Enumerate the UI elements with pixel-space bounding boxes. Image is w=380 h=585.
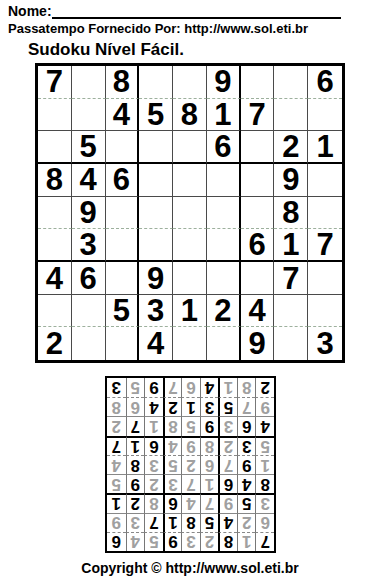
puzzle-cell-r2c9	[308, 99, 342, 132]
solution-cell-r1c3: 8	[218, 532, 237, 551]
solution-cell-r2c2: 2	[237, 513, 256, 532]
puzzle-cell-r8c4: 3	[139, 295, 173, 328]
solution-cell-r1c6: 9	[163, 532, 182, 551]
puzzle-cell-r1c5	[173, 66, 207, 99]
solution-cell-r5c3: 7	[218, 455, 237, 474]
solution-cell-r3c7: 8	[144, 493, 163, 512]
solution-cell-r1c5: 3	[181, 532, 200, 551]
solution-cell-r3c8: 2	[126, 493, 145, 512]
solution-cell-r8c5: 1	[181, 397, 200, 416]
worksheet-page: Nome: Passatempo Fornecido Por: http://w…	[0, 0, 380, 585]
puzzle-cell-r7c8: 7	[274, 262, 308, 295]
solution-cell-r2c1: 6	[255, 513, 274, 532]
puzzle-cell-r4c6	[207, 164, 241, 197]
solution-cell-r9c8: 5	[126, 378, 145, 397]
solution-cell-r2c9: 9	[107, 513, 126, 532]
solution-cell-r8c1: 9	[255, 397, 274, 416]
solution-cell-r4c4: 1	[200, 474, 219, 493]
puzzle-cell-r9c7: 9	[241, 327, 275, 360]
solution-cell-r4c6: 3	[163, 474, 182, 493]
solution-cell-r1c2: 1	[237, 532, 256, 551]
puzzle-cell-r5c4	[139, 197, 173, 230]
puzzle-cell-r2c4: 5	[139, 99, 173, 132]
puzzle-cell-r8c8	[274, 295, 308, 328]
solution-cell-r7c8: 7	[126, 416, 145, 435]
puzzle-cell-r1c1: 7	[38, 66, 72, 99]
puzzle-cell-r3c3	[106, 131, 140, 164]
puzzle-cell-r1c2	[72, 66, 106, 99]
solution-cell-r9c5: 6	[181, 378, 200, 397]
puzzle-cell-r4c2: 4	[72, 164, 106, 197]
puzzle-cell-r3c4	[139, 131, 173, 164]
puzzle-cell-r4c4	[139, 164, 173, 197]
puzzle-cell-r7c4: 9	[139, 262, 173, 295]
solution-cell-r5c9: 4	[107, 455, 126, 474]
solution-cell-r2c7: 7	[144, 513, 163, 532]
puzzle-cell-r5c5	[173, 197, 207, 230]
puzzle-cell-r3c6: 6	[207, 131, 241, 164]
solution-cell-r2c8: 3	[126, 513, 145, 532]
puzzle-cell-r6c2: 3	[72, 229, 106, 262]
puzzle-cell-r7c1: 4	[38, 262, 72, 295]
solution-cell-r8c4: 3	[200, 397, 219, 416]
solution-cell-r2c4: 5	[200, 513, 219, 532]
solution-cell-r7c3: 3	[218, 416, 237, 435]
solution-cell-r5c7: 3	[144, 455, 163, 474]
page-title: Sudoku Nível Fácil.	[28, 40, 184, 60]
puzzle-cell-r8c2	[72, 295, 106, 328]
puzzle-cell-r2c7: 7	[241, 99, 275, 132]
puzzle-cell-r9c8	[274, 327, 308, 360]
solution-cell-r1c4: 2	[200, 532, 219, 551]
puzzle-cell-r6c1	[38, 229, 72, 262]
solution-cell-r4c1: 8	[255, 474, 274, 493]
sudoku-solution-grid-rotated: 7182395466245817393597468218461732951976…	[105, 376, 276, 553]
solution-cell-r2c3: 4	[218, 513, 237, 532]
puzzle-cell-r9c5	[173, 327, 207, 360]
puzzle-cell-r7c6	[207, 262, 241, 295]
solution-cell-r5c5: 2	[181, 455, 200, 474]
solution-cell-r9c7: 9	[144, 378, 163, 397]
puzzle-cell-r3c2: 5	[72, 131, 106, 164]
puzzle-cell-r3c9: 1	[308, 131, 342, 164]
puzzle-cell-r8c3: 5	[106, 295, 140, 328]
solution-cell-r6c2: 3	[237, 436, 256, 455]
puzzle-cell-r1c9: 6	[308, 66, 342, 99]
solution-cell-r4c3: 6	[218, 474, 237, 493]
solution-cell-r4c8: 9	[126, 474, 145, 493]
name-label: Nome:	[8, 3, 52, 19]
solution-cell-r8c2: 7	[237, 397, 256, 416]
solution-cell-r3c2: 5	[237, 493, 256, 512]
solution-cell-r6c9: 7	[107, 436, 126, 455]
puzzle-cell-r9c2	[72, 327, 106, 360]
solution-cell-r5c6: 5	[163, 455, 182, 474]
puzzle-cell-r8c5: 1	[173, 295, 207, 328]
puzzle-cell-r8c7: 4	[241, 295, 275, 328]
solution-cell-r7c7: 1	[144, 416, 163, 435]
solution-cell-r8c7: 4	[144, 397, 163, 416]
puzzle-cell-r2c3: 4	[106, 99, 140, 132]
solution-cell-r1c9: 6	[107, 532, 126, 551]
solution-cell-r8c8: 6	[126, 397, 145, 416]
puzzle-cell-r8c1	[38, 295, 72, 328]
puzzle-cell-r9c9: 3	[308, 327, 342, 360]
solution-cell-r7c2: 6	[237, 416, 256, 435]
solution-cell-r9c4: 4	[200, 378, 219, 397]
puzzle-cell-r3c1	[38, 131, 72, 164]
solution-cell-r8c9: 8	[107, 397, 126, 416]
puzzle-cell-r4c9	[308, 164, 342, 197]
puzzle-cell-r6c5	[173, 229, 207, 262]
solution-cell-r5c2: 9	[237, 455, 256, 474]
provider-line: Passatempo Fornecido Por: http://www.sol…	[8, 21, 308, 36]
puzzle-cell-r6c4	[139, 229, 173, 262]
solution-cell-r9c6: 7	[163, 378, 182, 397]
solution-cell-r4c7: 2	[144, 474, 163, 493]
solution-cell-r9c2: 8	[237, 378, 256, 397]
solution-cell-r5c4: 6	[200, 455, 219, 474]
solution-cell-r6c4: 8	[200, 436, 219, 455]
puzzle-cell-r2c8	[274, 99, 308, 132]
puzzle-cell-r3c5	[173, 131, 207, 164]
puzzle-cell-r4c8: 9	[274, 164, 308, 197]
puzzle-cell-r4c1: 8	[38, 164, 72, 197]
solution-cell-r6c6: 4	[163, 436, 182, 455]
puzzle-cell-r9c6	[207, 327, 241, 360]
solution-cell-r7c6: 8	[163, 416, 182, 435]
solution-cell-r1c8: 4	[126, 532, 145, 551]
solution-cell-r7c1: 4	[255, 416, 274, 435]
puzzle-cell-r3c7	[241, 131, 275, 164]
solution-cell-r3c9: 1	[107, 493, 126, 512]
solution-cell-r4c2: 4	[237, 474, 256, 493]
puzzle-cell-r1c4	[139, 66, 173, 99]
puzzle-cell-r5c9	[308, 197, 342, 230]
puzzle-cell-r6c7: 6	[241, 229, 275, 262]
puzzle-cell-r4c3: 6	[106, 164, 140, 197]
puzzle-cell-r5c7	[241, 197, 275, 230]
name-row: Nome:	[8, 3, 341, 19]
puzzle-cell-r8c9	[308, 295, 342, 328]
solution-cell-r9c1: 2	[255, 378, 274, 397]
puzzle-cell-r5c2: 9	[72, 197, 106, 230]
puzzle-cell-r6c8: 1	[274, 229, 308, 262]
puzzle-cell-r6c3	[106, 229, 140, 262]
puzzle-cell-r2c5: 8	[173, 99, 207, 132]
puzzle-cell-r5c6	[207, 197, 241, 230]
solution-cell-r8c6: 2	[163, 397, 182, 416]
puzzle-cell-r4c5	[173, 164, 207, 197]
solution-cell-r1c1: 7	[255, 532, 274, 551]
puzzle-cell-r7c3	[106, 262, 140, 295]
puzzle-cell-r3c8: 2	[274, 131, 308, 164]
solution-cell-r9c3: 1	[218, 378, 237, 397]
puzzle-cell-r8c6: 2	[207, 295, 241, 328]
puzzle-cell-r5c1	[38, 197, 72, 230]
solution-cell-r5c8: 8	[126, 455, 145, 474]
copyright-line: Copyright © http://www.sol.eti.br	[0, 560, 380, 576]
puzzle-cell-r1c6: 9	[207, 66, 241, 99]
solution-cell-r5c1: 1	[255, 455, 274, 474]
puzzle-cell-r5c3	[106, 197, 140, 230]
puzzle-cell-r5c8: 8	[274, 197, 308, 230]
solution-cell-r2c6: 1	[163, 513, 182, 532]
puzzle-cell-r1c7	[241, 66, 275, 99]
solution-cell-r3c1: 3	[255, 493, 274, 512]
puzzle-cell-r6c9: 7	[308, 229, 342, 262]
solution-cell-r1c7: 5	[144, 532, 163, 551]
solution-cell-r8c3: 5	[218, 397, 237, 416]
sudoku-puzzle-grid: 789645817562184699836174697531242493	[35, 63, 345, 363]
solution-cell-r4c9: 5	[107, 474, 126, 493]
puzzle-cell-r2c1	[38, 99, 72, 132]
solution-cell-r7c4: 9	[200, 416, 219, 435]
solution-cell-r6c7: 6	[144, 436, 163, 455]
puzzle-cell-r6c6	[207, 229, 241, 262]
solution-cell-r7c9: 2	[107, 416, 126, 435]
puzzle-cell-r1c3: 8	[106, 66, 140, 99]
puzzle-cell-r9c1: 2	[38, 327, 72, 360]
puzzle-cell-r7c9	[308, 262, 342, 295]
solution-cell-r4c5: 7	[181, 474, 200, 493]
puzzle-cell-r2c6: 1	[207, 99, 241, 132]
puzzle-cell-r4c7	[241, 164, 275, 197]
solution-cell-r6c3: 2	[218, 436, 237, 455]
solution-cell-r9c9: 3	[107, 378, 126, 397]
puzzle-cell-r7c7	[241, 262, 275, 295]
solution-cell-r3c5: 4	[181, 493, 200, 512]
puzzle-cell-r9c4: 4	[139, 327, 173, 360]
puzzle-cell-r2c2	[72, 99, 106, 132]
solution-cell-r6c5: 9	[181, 436, 200, 455]
solution-cell-r3c6: 6	[163, 493, 182, 512]
solution-cell-r2c5: 8	[181, 513, 200, 532]
puzzle-cell-r7c5	[173, 262, 207, 295]
name-blank-line	[52, 4, 341, 19]
puzzle-cell-r9c3	[106, 327, 140, 360]
solution-cell-r3c4: 7	[200, 493, 219, 512]
solution-cell-r3c3: 9	[218, 493, 237, 512]
puzzle-cell-r1c8	[274, 66, 308, 99]
solution-cell-r6c1: 5	[255, 436, 274, 455]
solution-cell-r6c8: 1	[126, 436, 145, 455]
solution-cell-r7c5: 5	[181, 416, 200, 435]
puzzle-cell-r7c2: 6	[72, 262, 106, 295]
